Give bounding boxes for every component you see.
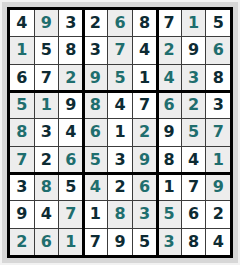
cell-r6c9[interactable]: 1 xyxy=(206,147,230,173)
cell-r5c2[interactable]: 3 xyxy=(35,119,59,145)
cell-r2c7[interactable]: 2 xyxy=(157,37,181,63)
cell-r4c3[interactable]: 9 xyxy=(59,92,83,118)
cell-r8c2[interactable]: 4 xyxy=(35,201,59,227)
cell-r8c7[interactable]: 5 xyxy=(157,201,181,227)
cell-r4c4[interactable]: 8 xyxy=(84,92,108,118)
cell-r2c5[interactable]: 7 xyxy=(108,37,132,63)
cell-r5c6[interactable]: 2 xyxy=(133,119,157,145)
cell-r7c4[interactable]: 4 xyxy=(84,174,108,200)
cell-r4c9[interactable]: 3 xyxy=(206,92,230,118)
cell-r1c3[interactable]: 3 xyxy=(59,10,83,36)
cell-r4c6[interactable]: 7 xyxy=(133,92,157,118)
cell-r7c8[interactable]: 7 xyxy=(182,174,206,200)
cell-r2c8[interactable]: 9 xyxy=(182,37,206,63)
cell-r3c9[interactable]: 8 xyxy=(206,65,230,91)
cell-r7c2[interactable]: 8 xyxy=(35,174,59,200)
cell-r9c4[interactable]: 7 xyxy=(84,229,108,255)
cell-r5c3[interactable]: 4 xyxy=(59,119,83,145)
cell-r2c6[interactable]: 4 xyxy=(133,37,157,63)
cell-r2c9[interactable]: 6 xyxy=(206,37,230,63)
cell-r5c1[interactable]: 8 xyxy=(10,119,34,145)
cell-r2c4[interactable]: 3 xyxy=(84,37,108,63)
cell-r2c3[interactable]: 8 xyxy=(59,37,83,63)
cell-r8c9[interactable]: 2 xyxy=(206,201,230,227)
cell-r6c3[interactable]: 6 xyxy=(59,147,83,173)
cell-r9c1[interactable]: 2 xyxy=(10,229,34,255)
cell-r9c7[interactable]: 3 xyxy=(157,229,181,255)
cell-r7c7[interactable]: 1 xyxy=(157,174,181,200)
cell-r7c9[interactable]: 9 xyxy=(206,174,230,200)
cell-r4c1[interactable]: 5 xyxy=(10,92,34,118)
cell-r1c8[interactable]: 1 xyxy=(182,10,206,36)
cell-r3c2[interactable]: 7 xyxy=(35,65,59,91)
cell-r3c6[interactable]: 1 xyxy=(133,65,157,91)
cell-r4c7[interactable]: 6 xyxy=(157,92,181,118)
cell-r1c9[interactable]: 5 xyxy=(206,10,230,36)
cell-r9c3[interactable]: 1 xyxy=(59,229,83,255)
cell-r3c1[interactable]: 6 xyxy=(10,65,34,91)
cell-r3c8[interactable]: 3 xyxy=(182,65,206,91)
cell-r9c2[interactable]: 6 xyxy=(35,229,59,255)
cell-r3c5[interactable]: 5 xyxy=(108,65,132,91)
cell-r2c1[interactable]: 1 xyxy=(10,37,34,63)
cell-r6c5[interactable]: 3 xyxy=(108,147,132,173)
cell-r6c8[interactable]: 4 xyxy=(182,147,206,173)
cell-r9c6[interactable]: 5 xyxy=(133,229,157,255)
cell-r8c4[interactable]: 1 xyxy=(84,201,108,227)
cell-r9c5[interactable]: 9 xyxy=(108,229,132,255)
cell-r3c7[interactable]: 4 xyxy=(157,65,181,91)
cell-r6c6[interactable]: 9 xyxy=(133,147,157,173)
cell-r9c8[interactable]: 8 xyxy=(182,229,206,255)
cell-r1c1[interactable]: 4 xyxy=(10,10,34,36)
cell-r7c1[interactable]: 3 xyxy=(10,174,34,200)
cell-r7c5[interactable]: 2 xyxy=(108,174,132,200)
cell-r8c8[interactable]: 6 xyxy=(182,201,206,227)
cell-r5c7[interactable]: 9 xyxy=(157,119,181,145)
cell-r6c4[interactable]: 5 xyxy=(84,147,108,173)
cell-r8c6[interactable]: 3 xyxy=(133,201,157,227)
cell-r3c4[interactable]: 9 xyxy=(84,65,108,91)
cell-r4c5[interactable]: 4 xyxy=(108,92,132,118)
cell-r8c5[interactable]: 8 xyxy=(108,201,132,227)
cell-r5c4[interactable]: 6 xyxy=(84,119,108,145)
cell-r1c6[interactable]: 8 xyxy=(133,10,157,36)
cell-r9c9[interactable]: 4 xyxy=(206,229,230,255)
cell-r5c8[interactable]: 5 xyxy=(182,119,206,145)
cell-r1c2[interactable]: 9 xyxy=(35,10,59,36)
cell-r8c3[interactable]: 7 xyxy=(59,201,83,227)
cell-r5c5[interactable]: 1 xyxy=(108,119,132,145)
cell-r2c2[interactable]: 5 xyxy=(35,37,59,63)
cell-r7c3[interactable]: 5 xyxy=(59,174,83,200)
cell-r1c5[interactable]: 6 xyxy=(108,10,132,36)
cell-r6c2[interactable]: 2 xyxy=(35,147,59,173)
cell-r1c4[interactable]: 2 xyxy=(84,10,108,36)
cell-r6c7[interactable]: 8 xyxy=(157,147,181,173)
cell-r8c1[interactable]: 9 xyxy=(10,201,34,227)
cell-r5c9[interactable]: 7 xyxy=(206,119,230,145)
sudoku-board: 4932687151583742966729514385198476238346… xyxy=(7,7,233,258)
cell-r4c2[interactable]: 1 xyxy=(35,92,59,118)
cell-r3c3[interactable]: 2 xyxy=(59,65,83,91)
cell-r4c8[interactable]: 2 xyxy=(182,92,206,118)
cell-r6c1[interactable]: 7 xyxy=(10,147,34,173)
cell-r7c6[interactable]: 6 xyxy=(133,174,157,200)
cell-r1c7[interactable]: 7 xyxy=(157,10,181,36)
